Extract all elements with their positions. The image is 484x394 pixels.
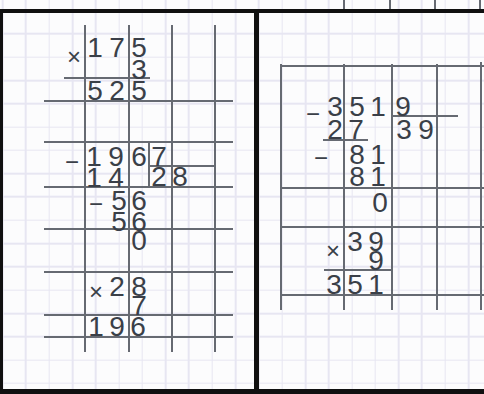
digit-cell: 3: [396, 116, 412, 144]
frame-middle-divider: [254, 9, 259, 394]
minus-sign: −: [306, 102, 320, 126]
frame-top-border: [0, 9, 484, 13]
frame-left-border: [0, 9, 3, 394]
digit-cell: 1: [368, 271, 384, 299]
digit-cell: 1: [370, 93, 386, 121]
row-rule: [281, 65, 484, 67]
column-rule-stub: [434, 0, 436, 9]
column-rule: [480, 62, 482, 310]
digit-cell: 9: [418, 116, 434, 144]
minus-sign: −: [314, 146, 328, 170]
digit-cell: 5: [347, 271, 363, 299]
column-rule-stub: [343, 0, 345, 9]
digit-cell: 3: [326, 271, 342, 299]
digit-cell: 0: [372, 189, 388, 217]
frame-bottom-border: [0, 389, 484, 394]
digit-cell: 3: [347, 228, 363, 256]
right-worksheet-panel: −35192739−81810×399351: [0, 0, 484, 394]
column-rule-stub: [479, 0, 481, 9]
times-sign: ×: [326, 239, 340, 263]
digit-cell: 2: [327, 116, 343, 144]
digit-cell: 8: [349, 163, 365, 191]
math-worksheet-screenshot: ×1753525−19671428−56560×287196 −35192739…: [0, 0, 484, 394]
column-rule-stub: [389, 0, 391, 9]
